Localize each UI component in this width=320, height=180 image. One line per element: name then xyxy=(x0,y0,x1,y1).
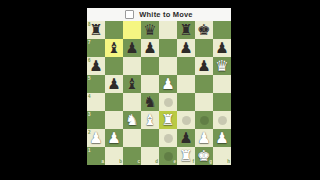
square-d2[interactable] xyxy=(141,129,159,147)
rank-label-4: 4 xyxy=(88,94,91,99)
square-c3[interactable]: ♞ xyxy=(123,111,141,129)
piece-white-pawn-e5[interactable]: ♟ xyxy=(159,75,177,93)
piece-black-pawn-d7[interactable]: ♟ xyxy=(141,39,159,57)
square-b1[interactable]: b xyxy=(105,147,123,165)
square-h2[interactable]: ♟ xyxy=(213,129,231,147)
square-g5[interactable] xyxy=(195,75,213,93)
piece-black-pawn-h7[interactable]: ♟ xyxy=(213,39,231,57)
square-h3[interactable] xyxy=(213,111,231,129)
square-b7[interactable]: ♝ xyxy=(105,39,123,57)
square-f7[interactable]: ♟ xyxy=(177,39,195,57)
legal-move-dot[interactable] xyxy=(200,116,209,125)
chess-board: 8♜♛♜♚7♝♟♟♟♟6♟♟♛5♟♝♟4♞3♞♝♜2♟♟♟♟♟1abcdef♜g… xyxy=(87,21,231,165)
piece-white-pawn-b2[interactable]: ♟ xyxy=(105,129,123,147)
file-label-h: h xyxy=(227,159,230,164)
piece-white-rook-f1[interactable]: ♜ xyxy=(177,147,195,165)
square-a4[interactable]: 4 xyxy=(87,93,105,111)
square-h5[interactable] xyxy=(213,75,231,93)
rank-label-5: 5 xyxy=(88,76,91,81)
legal-move-dot[interactable] xyxy=(164,98,173,107)
square-h1[interactable]: h xyxy=(213,147,231,165)
piece-black-bishop-b7[interactable]: ♝ xyxy=(105,39,123,57)
square-g3[interactable] xyxy=(195,111,213,129)
piece-white-queen-h6[interactable]: ♛ xyxy=(213,57,231,75)
square-b8[interactable] xyxy=(105,21,123,39)
square-b6[interactable] xyxy=(105,57,123,75)
square-h4[interactable] xyxy=(213,93,231,111)
square-g6[interactable]: ♟ xyxy=(195,57,213,75)
square-g7[interactable] xyxy=(195,39,213,57)
square-b2[interactable]: ♟ xyxy=(105,129,123,147)
piece-black-bishop-c5[interactable]: ♝ xyxy=(123,75,141,93)
square-e4[interactable] xyxy=(159,93,177,111)
square-c2[interactable] xyxy=(123,129,141,147)
piece-black-pawn-c7[interactable]: ♟ xyxy=(123,39,141,57)
square-f2[interactable]: ♟ xyxy=(177,129,195,147)
piece-black-pawn-f7[interactable]: ♟ xyxy=(177,39,195,57)
square-a2[interactable]: 2♟ xyxy=(87,129,105,147)
rank-label-3: 3 xyxy=(88,112,91,117)
square-e3[interactable]: ♜ xyxy=(159,111,177,129)
piece-black-rook-f8[interactable]: ♜ xyxy=(177,21,195,39)
square-g8[interactable]: ♚ xyxy=(195,21,213,39)
square-d5[interactable] xyxy=(141,75,159,93)
square-c4[interactable] xyxy=(123,93,141,111)
rank-label-7: 7 xyxy=(88,40,91,45)
square-d8[interactable]: ♛ xyxy=(141,21,159,39)
legal-move-dot[interactable] xyxy=(218,116,227,125)
square-d1[interactable]: d xyxy=(141,147,159,165)
piece-black-king-g8[interactable]: ♚ xyxy=(195,21,213,39)
piece-white-pawn-h2[interactable]: ♟ xyxy=(213,129,231,147)
square-e5[interactable]: ♟ xyxy=(159,75,177,93)
legal-move-dot[interactable] xyxy=(164,134,173,143)
piece-white-king-g1[interactable]: ♚ xyxy=(195,147,213,165)
square-c5[interactable]: ♝ xyxy=(123,75,141,93)
square-b4[interactable] xyxy=(105,93,123,111)
piece-black-pawn-b5[interactable]: ♟ xyxy=(105,75,123,93)
square-f1[interactable]: f♜ xyxy=(177,147,195,165)
square-h7[interactable]: ♟ xyxy=(213,39,231,57)
piece-black-queen-d8[interactable]: ♛ xyxy=(141,21,159,39)
square-f3[interactable] xyxy=(177,111,195,129)
square-g4[interactable] xyxy=(195,93,213,111)
file-label-d: d xyxy=(155,159,158,164)
square-a8[interactable]: 8♜ xyxy=(87,21,105,39)
piece-black-rook-a8[interactable]: ♜ xyxy=(87,21,105,39)
piece-black-pawn-f2[interactable]: ♟ xyxy=(177,129,195,147)
square-e8[interactable] xyxy=(159,21,177,39)
checkbox[interactable] xyxy=(125,10,134,19)
square-e6[interactable] xyxy=(159,57,177,75)
piece-white-knight-c3[interactable]: ♞ xyxy=(123,111,141,129)
piece-black-pawn-g6[interactable]: ♟ xyxy=(195,57,213,75)
square-b3[interactable] xyxy=(105,111,123,129)
piece-white-pawn-a2[interactable]: ♟ xyxy=(87,129,105,147)
piece-white-rook-e3[interactable]: ♜ xyxy=(159,111,177,129)
square-f5[interactable] xyxy=(177,75,195,93)
square-a3[interactable]: 3 xyxy=(87,111,105,129)
square-e1[interactable]: e xyxy=(159,147,177,165)
square-g1[interactable]: g♚ xyxy=(195,147,213,165)
square-c7[interactable]: ♟ xyxy=(123,39,141,57)
square-f4[interactable] xyxy=(177,93,195,111)
square-f6[interactable] xyxy=(177,57,195,75)
square-c8[interactable] xyxy=(123,21,141,39)
square-c1[interactable]: c xyxy=(123,147,141,165)
square-a5[interactable]: 5 xyxy=(87,75,105,93)
file-label-c: c xyxy=(137,159,140,164)
piece-white-pawn-g2[interactable]: ♟ xyxy=(195,129,213,147)
square-h6[interactable]: ♛ xyxy=(213,57,231,75)
file-label-b: b xyxy=(119,159,122,164)
file-label-a: a xyxy=(101,159,104,164)
square-d3[interactable]: ♝ xyxy=(141,111,159,129)
square-d7[interactable]: ♟ xyxy=(141,39,159,57)
square-a6[interactable]: 6♟ xyxy=(87,57,105,75)
square-c6[interactable] xyxy=(123,57,141,75)
square-g2[interactable]: ♟ xyxy=(195,129,213,147)
rank-label-1: 1 xyxy=(88,148,91,153)
video-frame: White to Move 8♜♛♜♚7♝♟♟♟♟6♟♟♛5♟♝♟4♞3♞♝♜2… xyxy=(0,0,320,180)
square-d4[interactable]: ♞ xyxy=(141,93,159,111)
square-a1[interactable]: 1a xyxy=(87,147,105,165)
piece-black-pawn-a6[interactable]: ♟ xyxy=(87,57,105,75)
turn-indicator-label: White to Move xyxy=(139,10,192,19)
file-label-e: e xyxy=(173,159,176,164)
square-f8[interactable]: ♜ xyxy=(177,21,195,39)
square-e7[interactable] xyxy=(159,39,177,57)
square-b5[interactable]: ♟ xyxy=(105,75,123,93)
legal-move-dot[interactable] xyxy=(182,116,191,125)
piece-white-bishop-d3[interactable]: ♝ xyxy=(141,111,159,129)
piece-black-knight-d4[interactable]: ♞ xyxy=(141,93,159,111)
square-e2[interactable] xyxy=(159,129,177,147)
square-a7[interactable]: 7 xyxy=(87,39,105,57)
square-d6[interactable] xyxy=(141,57,159,75)
status-bar: White to Move xyxy=(87,8,231,21)
legal-move-dot[interactable] xyxy=(164,152,173,161)
square-h8[interactable] xyxy=(213,21,231,39)
